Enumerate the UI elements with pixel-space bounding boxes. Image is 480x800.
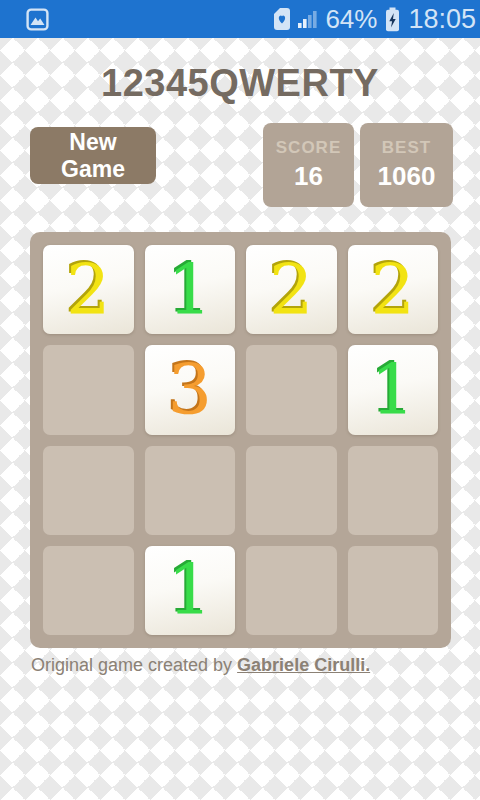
tile-r3-c3 bbox=[348, 546, 439, 635]
best-label: BEST bbox=[382, 138, 431, 158]
new-game-button[interactable]: New Game bbox=[30, 127, 156, 184]
tile-r1-c0 bbox=[43, 345, 134, 434]
score-value: 16 bbox=[294, 161, 323, 192]
battery-charging-icon bbox=[384, 7, 401, 32]
status-bar[interactable]: 64% 18:05 bbox=[0, 0, 480, 38]
tile-r3-c1: 1 bbox=[145, 546, 236, 635]
gallery-notification-icon bbox=[26, 8, 49, 31]
tile-r2-c3 bbox=[348, 446, 439, 535]
clock: 18:05 bbox=[408, 6, 476, 33]
tile-r2-c2 bbox=[246, 446, 337, 535]
score-label: SCORE bbox=[276, 138, 341, 158]
signal-strength-icon bbox=[298, 9, 318, 29]
author-link[interactable]: Gabriele Cirulli. bbox=[237, 655, 370, 675]
tile-r2-c0 bbox=[43, 446, 134, 535]
tile-r3-c2 bbox=[246, 546, 337, 635]
tile-r2-c1 bbox=[145, 446, 236, 535]
sd-card-heart-icon bbox=[273, 7, 291, 31]
battery-percent: 64% bbox=[325, 6, 377, 32]
tile-r1-c2 bbox=[246, 345, 337, 434]
footer-credit: Original game created by Gabriele Cirull… bbox=[31, 655, 370, 676]
game-board[interactable]: 2 1 2 2 3 1 1 bbox=[30, 232, 451, 648]
tile-r1-c1: 3 bbox=[145, 345, 236, 434]
tile-r3-c0 bbox=[43, 546, 134, 635]
score-box: SCORE 16 bbox=[263, 123, 354, 207]
footer-text: Original game created by bbox=[31, 655, 237, 675]
tile-r0-c3: 2 bbox=[348, 245, 439, 334]
tile-r0-c1: 1 bbox=[145, 245, 236, 334]
tile-r0-c2: 2 bbox=[246, 245, 337, 334]
app-screen: 64% 18:05 12345QWERTY New Game SCORE 16 … bbox=[0, 0, 480, 800]
page-title: 12345QWERTY bbox=[0, 62, 480, 105]
best-box: BEST 1060 bbox=[360, 123, 453, 207]
best-value: 1060 bbox=[378, 161, 436, 192]
tile-r1-c3: 1 bbox=[348, 345, 439, 434]
tile-r0-c0: 2 bbox=[43, 245, 134, 334]
